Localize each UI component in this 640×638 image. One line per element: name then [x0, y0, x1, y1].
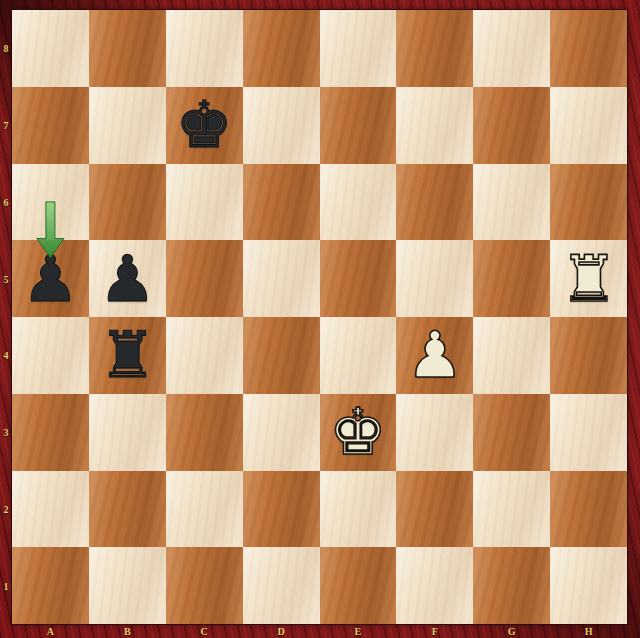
- square-b1[interactable]: [89, 547, 166, 624]
- square-e8[interactable]: [320, 10, 397, 87]
- square-h7[interactable]: [550, 87, 627, 164]
- square-f8[interactable]: [396, 10, 473, 87]
- file-label-d: D: [277, 625, 284, 638]
- square-h8[interactable]: [550, 10, 627, 87]
- rank-label-6: 6: [0, 196, 12, 207]
- square-c5[interactable]: [166, 240, 243, 317]
- rank-label-3: 3: [0, 427, 12, 438]
- square-d1[interactable]: [243, 547, 320, 624]
- square-d6[interactable]: [243, 164, 320, 241]
- rank-label-1: 1: [0, 580, 12, 591]
- square-g4[interactable]: [473, 317, 550, 394]
- square-e3[interactable]: ♚: [320, 394, 397, 471]
- square-h6[interactable]: [550, 164, 627, 241]
- square-f6[interactable]: [396, 164, 473, 241]
- square-h1[interactable]: [550, 547, 627, 624]
- black-rook-b4[interactable]: ♜: [89, 317, 166, 394]
- square-d4[interactable]: [243, 317, 320, 394]
- square-a2[interactable]: [12, 471, 89, 548]
- black-pawn-b5[interactable]: ♟: [89, 240, 166, 317]
- square-h4[interactable]: [550, 317, 627, 394]
- square-b3[interactable]: [89, 394, 166, 471]
- square-e1[interactable]: [320, 547, 397, 624]
- square-e5[interactable]: [320, 240, 397, 317]
- rank-label-2: 2: [0, 503, 12, 514]
- rank-label-4: 4: [0, 350, 12, 361]
- square-f7[interactable]: [396, 87, 473, 164]
- square-a8[interactable]: [12, 10, 89, 87]
- square-g6[interactable]: [473, 164, 550, 241]
- square-e7[interactable]: [320, 87, 397, 164]
- square-g2[interactable]: [473, 471, 550, 548]
- square-a5[interactable]: ♟: [12, 240, 89, 317]
- square-b5[interactable]: ♟: [89, 240, 166, 317]
- square-b7[interactable]: [89, 87, 166, 164]
- square-b2[interactable]: [89, 471, 166, 548]
- file-label-f: F: [432, 625, 438, 638]
- square-e4[interactable]: [320, 317, 397, 394]
- square-a3[interactable]: [12, 394, 89, 471]
- square-d7[interactable]: [243, 87, 320, 164]
- square-a1[interactable]: [12, 547, 89, 624]
- square-f2[interactable]: [396, 471, 473, 548]
- rank-label-5: 5: [0, 273, 12, 284]
- rank-label-7: 7: [0, 120, 12, 131]
- square-f3[interactable]: [396, 394, 473, 471]
- square-c2[interactable]: [166, 471, 243, 548]
- file-label-c: C: [201, 625, 208, 638]
- file-label-e: E: [355, 625, 362, 638]
- file-label-g: G: [508, 625, 516, 638]
- square-e2[interactable]: [320, 471, 397, 548]
- square-f4[interactable]: ♟: [396, 317, 473, 394]
- file-label-h: H: [585, 625, 593, 638]
- square-h3[interactable]: [550, 394, 627, 471]
- square-h5[interactable]: ♜: [550, 240, 627, 317]
- square-c1[interactable]: [166, 547, 243, 624]
- square-e6[interactable]: [320, 164, 397, 241]
- black-pawn-a5[interactable]: ♟: [12, 240, 89, 317]
- square-b8[interactable]: [89, 10, 166, 87]
- square-g1[interactable]: [473, 547, 550, 624]
- white-rook-h5[interactable]: ♜: [550, 240, 627, 317]
- square-c4[interactable]: [166, 317, 243, 394]
- square-b6[interactable]: [89, 164, 166, 241]
- file-label-b: B: [124, 625, 131, 638]
- square-g5[interactable]: [473, 240, 550, 317]
- square-c8[interactable]: [166, 10, 243, 87]
- square-d3[interactable]: [243, 394, 320, 471]
- square-b4[interactable]: ♜: [89, 317, 166, 394]
- black-king-c7[interactable]: ♚: [166, 87, 243, 164]
- square-c3[interactable]: [166, 394, 243, 471]
- square-f5[interactable]: [396, 240, 473, 317]
- square-d5[interactable]: [243, 240, 320, 317]
- board-frame: ♚♟♟♜♜♟♚ 87654321 ABCDEFGH: [0, 0, 640, 638]
- square-g3[interactable]: [473, 394, 550, 471]
- chess-board[interactable]: ♚♟♟♜♜♟♚: [12, 10, 627, 624]
- square-c7[interactable]: ♚: [166, 87, 243, 164]
- square-a4[interactable]: [12, 317, 89, 394]
- square-g8[interactable]: [473, 10, 550, 87]
- square-f1[interactable]: [396, 547, 473, 624]
- file-label-a: A: [47, 625, 54, 638]
- square-d2[interactable]: [243, 471, 320, 548]
- square-g7[interactable]: [473, 87, 550, 164]
- white-pawn-f4[interactable]: ♟: [396, 317, 473, 394]
- square-c6[interactable]: [166, 164, 243, 241]
- square-a7[interactable]: [12, 87, 89, 164]
- white-king-e3[interactable]: ♚: [320, 394, 397, 471]
- square-h2[interactable]: [550, 471, 627, 548]
- square-a6[interactable]: [12, 164, 89, 241]
- rank-label-8: 8: [0, 43, 12, 54]
- square-d8[interactable]: [243, 10, 320, 87]
